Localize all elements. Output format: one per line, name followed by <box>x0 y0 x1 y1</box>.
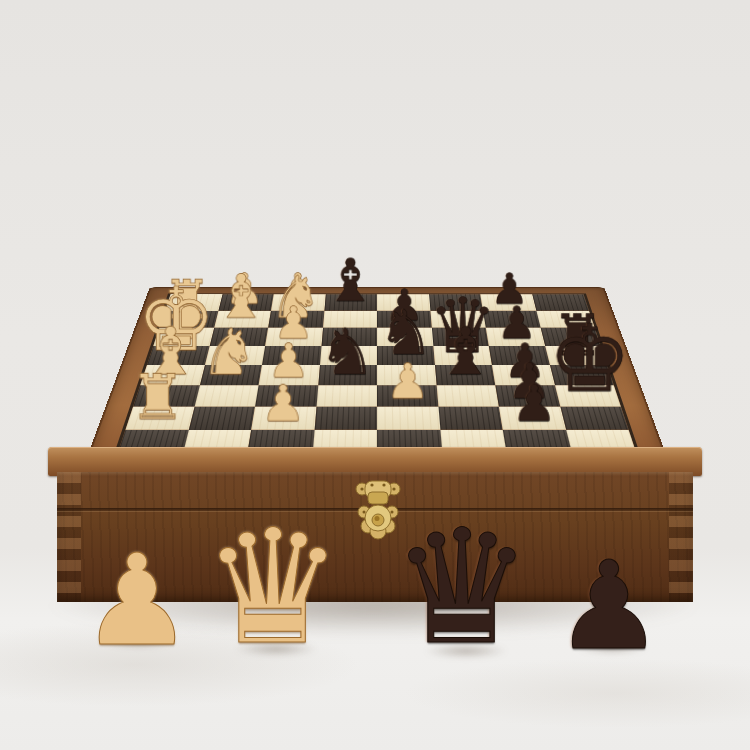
square-e3: ♟ <box>377 385 438 406</box>
square-c4: ♟ <box>259 365 320 385</box>
square-f8 <box>429 294 483 310</box>
square-d7 <box>323 311 377 328</box>
square-g3: ♟ <box>495 385 560 406</box>
square-a5: ♚ <box>147 346 209 365</box>
square-b6 <box>209 328 268 346</box>
square-f3 <box>436 385 499 406</box>
square-d6 <box>321 328 377 346</box>
square-a4: ♝ <box>140 365 204 385</box>
light-pawn: ♟ <box>279 267 317 309</box>
square-e5: ♞ <box>377 346 435 365</box>
square-d4: ♞ <box>318 365 377 385</box>
square-g6: ♟ <box>486 328 545 346</box>
square-c8: ♟ <box>271 294 325 310</box>
square-f2 <box>438 407 503 430</box>
square-b5 <box>205 346 266 365</box>
table-piece-dark-queen: ♛ <box>391 508 533 666</box>
table-piece-light-pawn: ♟ <box>81 538 194 664</box>
square-h6 <box>540 328 600 346</box>
square-g8: ♟ <box>480 294 536 310</box>
square-c7: ♞ <box>268 311 324 328</box>
dark-pawn: ♟ <box>490 267 528 309</box>
square-e7: ♟ <box>377 311 431 328</box>
square-b8: ♟ <box>218 294 274 310</box>
square-g4: ♟ <box>492 365 555 385</box>
square-d5 <box>320 346 378 365</box>
square-f6 <box>431 328 488 346</box>
chess-board: ♟♟♝♟♜♝♞♟♟♟♟♚♞♛♜♝♞♟♞♝♟♟♟♚♜♟♟ <box>117 294 636 453</box>
light-king: ♚ <box>137 276 216 364</box>
square-h8 <box>532 294 589 310</box>
square-d8: ♝ <box>324 294 377 310</box>
square-a2: ♜ <box>126 407 195 430</box>
square-b2 <box>188 407 255 430</box>
square-d3 <box>316 385 377 406</box>
square-a6: ♟ <box>153 328 213 346</box>
dovetail-joint-right <box>669 472 693 602</box>
square-f5: ♛ <box>433 346 492 365</box>
table-piece-dark-pawn: ♟ <box>554 545 663 667</box>
square-c6: ♟ <box>265 328 322 346</box>
square-a3 <box>133 385 199 406</box>
square-g5 <box>489 346 550 365</box>
square-e6 <box>377 328 433 346</box>
square-h7 <box>536 311 595 328</box>
square-b4: ♞ <box>199 365 262 385</box>
square-e8 <box>377 294 430 310</box>
square-g2: ♟ <box>499 407 566 430</box>
square-f7 <box>430 311 486 328</box>
square-h5: ♜ <box>545 346 607 365</box>
dark-bishop: ♝ <box>324 251 377 310</box>
square-a7: ♜ <box>159 311 218 328</box>
square-c3 <box>255 385 318 406</box>
square-h2 <box>560 407 629 430</box>
table-piece-light-queen: ♛ <box>202 508 344 666</box>
square-c2: ♟ <box>251 407 316 430</box>
dark-king: ♚ <box>548 312 632 405</box>
square-c5 <box>262 346 321 365</box>
square-f4: ♝ <box>435 365 496 385</box>
board-frame: ♟♟♝♟♜♝♞♟♟♟♟♚♞♛♜♝♞♟♞♝♟♟♟♚♜♟♟ <box>84 287 670 465</box>
square-g7 <box>483 311 540 328</box>
square-h4 <box>550 365 614 385</box>
square-b7: ♝ <box>214 311 271 328</box>
square-a8 <box>165 294 222 310</box>
square-e4 <box>377 365 436 385</box>
square-e2 <box>377 407 440 430</box>
square-b3 <box>194 385 259 406</box>
square-h3: ♚ <box>555 385 621 406</box>
light-pawn: ♟ <box>226 267 264 309</box>
dovetail-joint-left <box>57 472 81 602</box>
square-d2 <box>314 407 377 430</box>
